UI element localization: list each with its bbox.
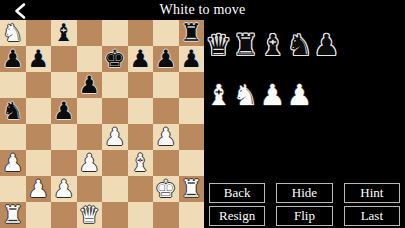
square-a1[interactable]: ♜ — [0, 202, 26, 228]
square-f7[interactable]: ♟ — [128, 46, 154, 72]
square-e3[interactable] — [102, 150, 128, 176]
square-c8[interactable]: ♝ — [51, 20, 77, 46]
page-title: White to move — [0, 1, 405, 19]
square-c7[interactable] — [51, 46, 77, 72]
piece-black-bishop: ♝ — [53, 20, 75, 46]
piece-black-king: ♚ — [104, 46, 126, 72]
square-f3[interactable]: ♝ — [128, 150, 154, 176]
piece-white-rook: ♜ — [180, 176, 202, 202]
square-f2[interactable] — [128, 176, 154, 202]
square-h1[interactable] — [179, 202, 205, 228]
piece-black-pawn: ♟ — [78, 72, 100, 98]
piece-black-pawn: ♟ — [155, 46, 177, 72]
square-e2[interactable] — [102, 176, 128, 202]
square-a3[interactable]: ♟ — [0, 150, 26, 176]
square-c2[interactable]: ♟ — [51, 176, 77, 202]
square-a4[interactable] — [0, 124, 26, 150]
hide-button[interactable]: Hide — [276, 183, 332, 203]
back-button[interactable]: Back — [209, 183, 265, 203]
square-b5[interactable] — [26, 98, 52, 124]
square-e8[interactable] — [102, 20, 128, 46]
piece-white-knight: ♞ — [2, 20, 24, 46]
square-e4[interactable]: ♟ — [102, 124, 128, 150]
square-a5[interactable]: ♞ — [0, 98, 26, 124]
square-d6[interactable]: ♟ — [77, 72, 103, 98]
square-c6[interactable] — [51, 72, 77, 98]
captured-white-pieces-tray: ♝♞♟♟ — [205, 79, 313, 111]
square-d3[interactable]: ♟ — [77, 150, 103, 176]
square-b1[interactable] — [26, 202, 52, 228]
square-c5[interactable]: ♟ — [51, 98, 77, 124]
square-e7[interactable]: ♚ — [102, 46, 128, 72]
square-a8[interactable]: ♞ — [0, 20, 26, 46]
square-g4[interactable]: ♟ — [153, 124, 179, 150]
square-g8[interactable] — [153, 20, 179, 46]
captured-white-pawn[interactable]: ♟ — [259, 79, 286, 111]
square-e6[interactable] — [102, 72, 128, 98]
square-b3[interactable] — [26, 150, 52, 176]
square-a6[interactable] — [0, 72, 26, 98]
square-g2[interactable]: ♚ — [153, 176, 179, 202]
square-d5[interactable] — [77, 98, 103, 124]
square-g7[interactable]: ♟ — [153, 46, 179, 72]
square-b7[interactable]: ♟ — [26, 46, 52, 72]
captured-white-knight[interactable]: ♞ — [232, 79, 259, 111]
captured-black-bishop[interactable]: ♝ — [259, 29, 286, 61]
piece-black-pawn: ♟ — [27, 46, 49, 72]
title-bar: White to move — [0, 0, 405, 20]
chess-board: ♞♝♜♟♟♚♟♟♟♟♞♟♟♟♟♟♝♟♟♚♜♜♛ — [0, 20, 204, 228]
hint-button[interactable]: Hint — [344, 183, 400, 203]
square-g3[interactable] — [153, 150, 179, 176]
square-b8[interactable] — [26, 20, 52, 46]
square-d7[interactable] — [77, 46, 103, 72]
captured-black-rook[interactable]: ♜ — [232, 29, 259, 61]
captured-black-knight[interactable]: ♞ — [286, 29, 313, 61]
square-g1[interactable] — [153, 202, 179, 228]
square-d8[interactable] — [77, 20, 103, 46]
captured-black-pieces-tray: ♛♜♝♞♟ — [205, 29, 340, 61]
square-b2[interactable]: ♟ — [26, 176, 52, 202]
square-e5[interactable] — [102, 98, 128, 124]
flip-button[interactable]: Flip — [276, 206, 332, 226]
piece-white-pawn: ♟ — [155, 124, 177, 150]
square-d4[interactable] — [77, 124, 103, 150]
square-g6[interactable] — [153, 72, 179, 98]
piece-white-pawn: ♟ — [104, 124, 126, 150]
square-h3[interactable] — [179, 150, 205, 176]
square-a7[interactable]: ♟ — [0, 46, 26, 72]
square-d1[interactable]: ♛ — [77, 202, 103, 228]
square-e1[interactable] — [102, 202, 128, 228]
square-f6[interactable] — [128, 72, 154, 98]
resign-button[interactable]: Resign — [209, 206, 265, 226]
piece-white-pawn: ♟ — [78, 150, 100, 176]
square-f1[interactable] — [128, 202, 154, 228]
square-b4[interactable] — [26, 124, 52, 150]
piece-white-bishop: ♝ — [129, 150, 151, 176]
square-g5[interactable] — [153, 98, 179, 124]
piece-white-queen: ♛ — [78, 202, 100, 228]
piece-white-pawn: ♟ — [2, 150, 24, 176]
piece-black-pawn: ♟ — [2, 46, 24, 72]
square-f5[interactable] — [128, 98, 154, 124]
square-d2[interactable] — [77, 176, 103, 202]
square-c3[interactable] — [51, 150, 77, 176]
square-h7[interactable]: ♟ — [179, 46, 205, 72]
piece-white-pawn: ♟ — [27, 176, 49, 202]
square-b6[interactable] — [26, 72, 52, 98]
square-h6[interactable] — [179, 72, 205, 98]
square-c1[interactable] — [51, 202, 77, 228]
button-grid: Back Hide Hint Resign Flip Last — [209, 183, 400, 226]
square-h8[interactable]: ♜ — [179, 20, 205, 46]
square-f8[interactable] — [128, 20, 154, 46]
piece-black-pawn: ♟ — [129, 46, 151, 72]
captured-white-bishop[interactable]: ♝ — [205, 79, 232, 111]
piece-white-rook: ♜ — [2, 202, 24, 228]
square-f4[interactable] — [128, 124, 154, 150]
piece-black-pawn: ♟ — [53, 98, 75, 124]
piece-black-knight: ♞ — [2, 98, 24, 124]
piece-black-pawn: ♟ — [180, 46, 202, 72]
captured-white-pawn[interactable]: ♟ — [286, 79, 313, 111]
piece-white-pawn: ♟ — [53, 176, 75, 202]
square-a2[interactable] — [0, 176, 26, 202]
square-h4[interactable] — [179, 124, 205, 150]
square-h2[interactable]: ♜ — [179, 176, 205, 202]
captured-black-queen[interactable]: ♛ — [205, 29, 232, 61]
piece-white-king: ♚ — [155, 176, 177, 202]
piece-black-rook: ♜ — [180, 20, 202, 46]
last-button[interactable]: Last — [344, 206, 400, 226]
square-c4[interactable] — [51, 124, 77, 150]
captured-black-pawn[interactable]: ♟ — [313, 29, 340, 61]
square-h5[interactable] — [179, 98, 205, 124]
